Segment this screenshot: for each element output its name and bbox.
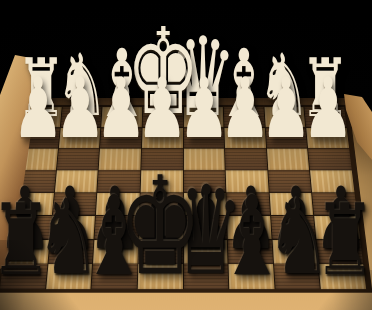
piece-white-pawn-h2[interactable]: ♟ <box>13 67 65 150</box>
scene: ♜♞♝♛♚♝♞♜♟♟♟♟♟♟♟♟♟♟♟♟♟♟♟♟♜♞♝♛♚♝♞♜ <box>0 0 372 310</box>
pieces-layer: ♜♞♝♛♚♝♞♜♟♟♟♟♟♟♟♟♟♟♟♟♟♟♟♟♜♞♝♛♚♝♞♜ <box>0 0 372 310</box>
chess-photo-stage: ♜♞♝♛♚♝♞♜♟♟♟♟♟♟♟♟♟♟♟♟♟♟♟♟♜♞♝♛♚♝♞♜ <box>0 0 372 310</box>
piece-black-rook-h8[interactable]: ♜ <box>0 191 52 290</box>
